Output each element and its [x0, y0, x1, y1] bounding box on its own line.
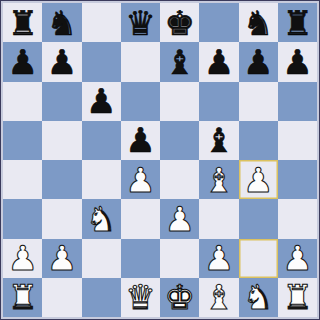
square-a1[interactable]: ♜: [3, 278, 42, 317]
square-e6[interactable]: [160, 82, 199, 121]
square-f2[interactable]: ♟: [199, 239, 238, 278]
square-f5[interactable]: ♝: [199, 121, 238, 160]
board-frame: ♜♞♛♚♞♜♟♟♝♟♟♟♟♟♝♟♝♟♞♟♟♟♟♟♜♛♚♝♞♜: [0, 0, 320, 320]
piece-white-pawn[interactable]: ♟: [204, 241, 234, 275]
square-d7[interactable]: [121, 42, 160, 81]
piece-black-queen[interactable]: ♛: [125, 6, 155, 40]
square-e7[interactable]: ♝: [160, 42, 199, 81]
chess-board: ♜♞♛♚♞♜♟♟♝♟♟♟♟♟♝♟♝♟♞♟♟♟♟♟♜♛♚♝♞♜: [3, 3, 317, 317]
square-d2[interactable]: [121, 239, 160, 278]
square-f4[interactable]: ♝: [199, 160, 238, 199]
piece-white-queen[interactable]: ♛: [125, 280, 155, 314]
piece-white-pawn[interactable]: ♟: [47, 241, 77, 275]
piece-black-pawn[interactable]: ♟: [7, 45, 37, 79]
piece-white-pawn[interactable]: ♟: [125, 163, 155, 197]
square-c2[interactable]: [82, 239, 121, 278]
piece-white-pawn[interactable]: ♟: [7, 241, 37, 275]
piece-white-king[interactable]: ♚: [164, 280, 194, 314]
piece-white-pawn[interactable]: ♟: [243, 163, 273, 197]
square-c1[interactable]: [82, 278, 121, 317]
square-c8[interactable]: [82, 3, 121, 42]
piece-white-knight[interactable]: ♞: [86, 202, 116, 236]
square-a2[interactable]: ♟: [3, 239, 42, 278]
square-d1[interactable]: ♛: [121, 278, 160, 317]
square-b7[interactable]: ♟: [42, 42, 81, 81]
square-e1[interactable]: ♚: [160, 278, 199, 317]
square-a3[interactable]: [3, 199, 42, 238]
square-b8[interactable]: ♞: [42, 3, 81, 42]
square-h1[interactable]: ♜: [278, 278, 317, 317]
square-c4[interactable]: [82, 160, 121, 199]
square-h3[interactable]: [278, 199, 317, 238]
piece-black-rook[interactable]: ♜: [282, 6, 312, 40]
square-h4[interactable]: [278, 160, 317, 199]
piece-white-rook[interactable]: ♜: [7, 280, 37, 314]
square-h8[interactable]: ♜: [278, 3, 317, 42]
square-c5[interactable]: [82, 121, 121, 160]
square-g5[interactable]: [239, 121, 278, 160]
square-f8[interactable]: [199, 3, 238, 42]
square-a4[interactable]: [3, 160, 42, 199]
square-b5[interactable]: [42, 121, 81, 160]
piece-white-pawn[interactable]: ♟: [164, 202, 194, 236]
piece-black-pawn[interactable]: ♟: [86, 84, 116, 118]
square-e2[interactable]: [160, 239, 199, 278]
square-b1[interactable]: [42, 278, 81, 317]
piece-black-pawn[interactable]: ♟: [125, 123, 155, 157]
square-e4[interactable]: [160, 160, 199, 199]
square-b2[interactable]: ♟: [42, 239, 81, 278]
piece-black-bishop[interactable]: ♝: [164, 45, 194, 79]
square-f3[interactable]: [199, 199, 238, 238]
piece-black-pawn[interactable]: ♟: [204, 45, 234, 79]
square-h5[interactable]: [278, 121, 317, 160]
piece-white-rook[interactable]: ♜: [282, 280, 312, 314]
square-h6[interactable]: [278, 82, 317, 121]
square-f6[interactable]: [199, 82, 238, 121]
piece-black-king[interactable]: ♚: [164, 6, 194, 40]
square-a6[interactable]: [3, 82, 42, 121]
square-g1[interactable]: ♞: [239, 278, 278, 317]
square-h7[interactable]: ♟: [278, 42, 317, 81]
square-g7[interactable]: ♟: [239, 42, 278, 81]
square-d4[interactable]: ♟: [121, 160, 160, 199]
square-g2[interactable]: [239, 239, 278, 278]
square-g6[interactable]: [239, 82, 278, 121]
piece-black-pawn[interactable]: ♟: [282, 45, 312, 79]
square-a5[interactable]: [3, 121, 42, 160]
square-f1[interactable]: ♝: [199, 278, 238, 317]
square-d6[interactable]: [121, 82, 160, 121]
piece-black-knight[interactable]: ♞: [243, 6, 273, 40]
square-a8[interactable]: ♜: [3, 3, 42, 42]
piece-black-pawn[interactable]: ♟: [47, 45, 77, 79]
square-b6[interactable]: [42, 82, 81, 121]
square-c3[interactable]: ♞: [82, 199, 121, 238]
piece-white-knight[interactable]: ♞: [243, 280, 273, 314]
square-d3[interactable]: [121, 199, 160, 238]
square-g3[interactable]: [239, 199, 278, 238]
square-d8[interactable]: ♛: [121, 3, 160, 42]
square-a7[interactable]: ♟: [3, 42, 42, 81]
piece-black-knight[interactable]: ♞: [47, 6, 77, 40]
square-e5[interactable]: [160, 121, 199, 160]
square-d5[interactable]: ♟: [121, 121, 160, 160]
square-f7[interactable]: ♟: [199, 42, 238, 81]
square-e8[interactable]: ♚: [160, 3, 199, 42]
piece-white-bishop[interactable]: ♝: [204, 280, 234, 314]
piece-white-bishop[interactable]: ♝: [204, 163, 234, 197]
square-c6[interactable]: ♟: [82, 82, 121, 121]
square-e3[interactable]: ♟: [160, 199, 199, 238]
piece-black-rook[interactable]: ♜: [7, 6, 37, 40]
square-g8[interactable]: ♞: [239, 3, 278, 42]
square-g4[interactable]: ♟: [239, 160, 278, 199]
square-h2[interactable]: ♟: [278, 239, 317, 278]
square-c7[interactable]: [82, 42, 121, 81]
piece-black-bishop[interactable]: ♝: [204, 123, 234, 157]
square-b3[interactable]: [42, 199, 81, 238]
piece-white-pawn[interactable]: ♟: [282, 241, 312, 275]
piece-black-pawn[interactable]: ♟: [243, 45, 273, 79]
square-b4[interactable]: [42, 160, 81, 199]
